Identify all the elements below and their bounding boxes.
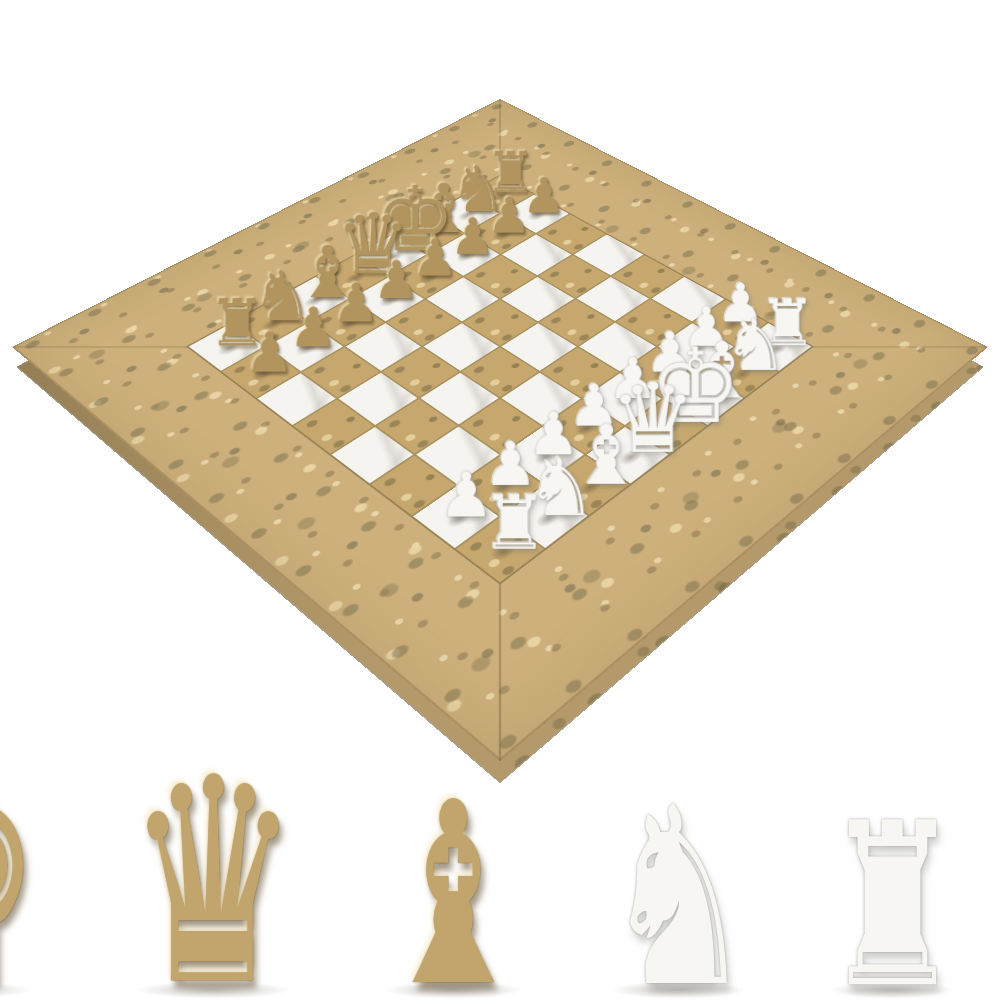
sample-white-knight: ♞ [573,811,784,994]
piece-gallery: ♚♛♝♞♜♟ [0,768,1000,994]
piece-fossil-pawn-a7[interactable]: ♟ [242,329,297,379]
board-scene: ♜♞♝♛♚♝♞♜♟♟♟♟♟♟♟♟♟♟♟♟♟♟♟♟♜♞♝♛♚♝♞♜ [155,2,845,692]
fossil-queen-icon: ♛ [126,773,300,994]
chess-board: ♜♞♝♛♚♝♞♜♟♟♟♟♟♟♟♟♟♟♟♟♟♟♟♟♜♞♝♛♚♝♞♜ [12,99,988,761]
sample-fossil-queen: ♛ [92,783,334,994]
white-knight-icon: ♞ [603,802,755,994]
fossil-bishop-icon: ♝ [376,797,531,994]
sample-white-rook: ♜ [796,826,989,994]
fossil-king-icon: ♚ [0,757,44,994]
white-rook-icon: ♜ [823,818,962,994]
sample-fossil-bishop: ♝ [346,807,561,994]
sample-fossil-king: ♚ [0,768,80,994]
piece-white-rook-a1[interactable]: ♜ [480,490,542,557]
board-tilt-wrapper: ♜♞♝♛♚♝♞♜♟♟♟♟♟♟♟♟♟♟♟♟♟♟♟♟♜♞♝♛♚♝♞♜ [12,99,988,761]
board-field: ♜♞♝♛♚♝♞♜♟♟♟♟♟♟♟♟♟♟♟♟♟♟♟♟♜♞♝♛♚♝♞♜ [189,176,811,582]
